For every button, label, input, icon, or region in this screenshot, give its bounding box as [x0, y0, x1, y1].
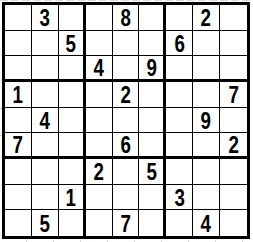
cell-r5c9[interactable] [220, 108, 247, 134]
cell-r7c2[interactable] [32, 159, 59, 185]
cell-r3c8[interactable] [193, 56, 220, 82]
cell-r9c8[interactable]: 4 [193, 210, 220, 236]
cell-r6c7[interactable] [166, 133, 193, 159]
cell-r4c2[interactable] [32, 82, 59, 108]
cell-r2c8[interactable] [193, 31, 220, 57]
given-digit: 6 [120, 133, 130, 157]
cell-r2c2[interactable] [32, 31, 59, 57]
cell-r5c6[interactable] [139, 108, 166, 134]
given-digit: 3 [174, 185, 184, 210]
cell-r2c3[interactable]: 5 [59, 31, 86, 57]
cell-r3c1[interactable] [5, 56, 32, 82]
cell-r8c7[interactable]: 3 [166, 185, 193, 211]
given-digit: 4 [40, 108, 50, 133]
cell-r1c9[interactable] [220, 5, 247, 31]
cell-r3c2[interactable] [32, 56, 59, 82]
cell-r9c6[interactable] [139, 210, 166, 236]
cell-r5c4[interactable] [86, 108, 113, 134]
cell-r8c6[interactable] [139, 185, 166, 211]
given-digit: 7 [228, 82, 238, 107]
cell-r7c5[interactable] [113, 159, 140, 185]
given-digit: 7 [120, 211, 130, 236]
cell-r6c9[interactable]: 2 [220, 133, 247, 159]
cell-r2c1[interactable] [5, 31, 32, 57]
cell-r8c9[interactable] [220, 185, 247, 211]
cell-r2c5[interactable] [113, 31, 140, 57]
cell-r7c9[interactable] [220, 159, 247, 185]
cell-r3c9[interactable] [220, 56, 247, 82]
cell-r1c8[interactable]: 2 [193, 5, 220, 31]
cell-r5c2[interactable]: 4 [32, 108, 59, 134]
given-digit: 7 [13, 133, 23, 157]
cell-r7c4[interactable]: 2 [86, 159, 113, 185]
cell-r7c6[interactable]: 5 [139, 159, 166, 185]
cell-r5c7[interactable] [166, 108, 193, 134]
cell-r9c2[interactable]: 5 [32, 210, 59, 236]
given-digit: 9 [146, 56, 156, 80]
cell-r9c7[interactable] [166, 210, 193, 236]
given-digit: 2 [120, 82, 130, 107]
cell-r3c6[interactable]: 9 [139, 56, 166, 82]
given-digit: 2 [93, 159, 103, 184]
cell-r4c8[interactable] [193, 82, 220, 108]
cell-r5c3[interactable] [59, 108, 86, 134]
cell-r6c8[interactable] [193, 133, 220, 159]
given-digit: 1 [13, 82, 23, 107]
cell-r4c5[interactable]: 2 [113, 82, 140, 108]
given-digit: 5 [66, 31, 76, 56]
cell-r4c7[interactable] [166, 82, 193, 108]
cell-r4c9[interactable]: 7 [220, 82, 247, 108]
cell-r9c1[interactable] [5, 210, 32, 236]
cell-r6c1[interactable]: 7 [5, 133, 32, 159]
given-digit: 9 [201, 108, 211, 133]
cell-r1c3[interactable] [59, 5, 86, 31]
cell-r1c6[interactable] [139, 5, 166, 31]
cell-r8c5[interactable] [113, 185, 140, 211]
given-digit: 1 [66, 185, 76, 210]
cell-r9c5[interactable]: 7 [113, 210, 140, 236]
cell-r3c5[interactable] [113, 56, 140, 82]
cell-r8c4[interactable] [86, 185, 113, 211]
cell-r2c6[interactable] [139, 31, 166, 57]
cell-r7c7[interactable] [166, 159, 193, 185]
cell-r2c7[interactable]: 6 [166, 31, 193, 57]
given-digit: 2 [228, 133, 238, 157]
cell-r6c3[interactable] [59, 133, 86, 159]
given-digit: 2 [201, 5, 211, 30]
given-digit: 5 [40, 211, 50, 236]
cell-r3c7[interactable] [166, 56, 193, 82]
given-digit: 8 [120, 5, 130, 30]
cell-r3c3[interactable] [59, 56, 86, 82]
cell-r4c1[interactable]: 1 [5, 82, 32, 108]
cell-r1c5[interactable]: 8 [113, 5, 140, 31]
cell-r1c1[interactable] [5, 5, 32, 31]
cell-r4c4[interactable] [86, 82, 113, 108]
given-digit: 5 [146, 159, 156, 184]
cell-r7c8[interactable] [193, 159, 220, 185]
faint-gridline-top [0, 0, 253, 1]
cell-r5c8[interactable]: 9 [193, 108, 220, 134]
cell-r4c3[interactable] [59, 82, 86, 108]
given-digit: 6 [174, 31, 184, 56]
given-digit: 4 [93, 56, 103, 80]
cell-r1c4[interactable] [86, 5, 113, 31]
cell-r9c9[interactable] [220, 210, 247, 236]
cell-r8c2[interactable] [32, 185, 59, 211]
cell-r6c2[interactable] [32, 133, 59, 159]
cell-r5c5[interactable] [113, 108, 140, 134]
cell-r7c1[interactable] [5, 159, 32, 185]
cell-r3c4[interactable]: 4 [86, 56, 113, 82]
sudoku-board: 3825649127497622513574 [2, 2, 250, 239]
cell-r8c8[interactable] [193, 185, 220, 211]
given-digit: 4 [201, 211, 211, 236]
given-digit: 3 [40, 5, 50, 30]
cell-r1c7[interactable] [166, 5, 193, 31]
cell-r5c1[interactable] [5, 108, 32, 134]
cell-r1c2[interactable]: 3 [32, 5, 59, 31]
cell-r2c4[interactable] [86, 31, 113, 57]
cell-r8c3[interactable]: 1 [59, 185, 86, 211]
cell-r9c4[interactable] [86, 210, 113, 236]
cell-r6c5[interactable]: 6 [113, 133, 140, 159]
cell-r2c9[interactable] [220, 31, 247, 57]
cell-r4c6[interactable] [139, 82, 166, 108]
cell-r9c3[interactable] [59, 210, 86, 236]
cell-r8c1[interactable] [5, 185, 32, 211]
cell-r6c4[interactable] [86, 133, 113, 159]
cell-r6c6[interactable] [139, 133, 166, 159]
cell-r7c3[interactable] [59, 159, 86, 185]
sudoku-puzzle-image: 3825649127497622513574 [0, 0, 253, 242]
